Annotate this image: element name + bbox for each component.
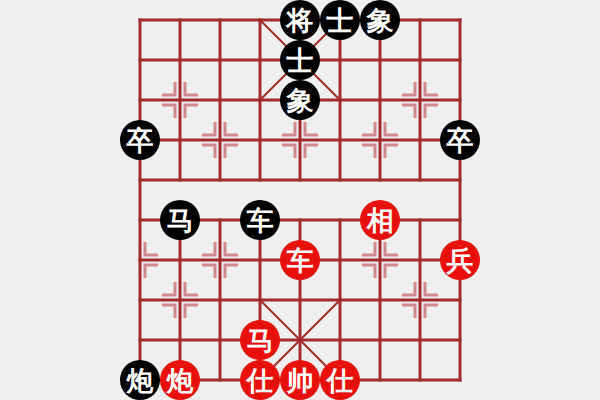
piece-black-elephant[interactable]: 象 [280,80,320,120]
piece-black-general[interactable]: 将 [280,0,320,40]
piece-red-advisor[interactable]: 仕 [320,360,360,400]
piece-red-cannon[interactable]: 炮 [160,360,200,400]
piece-red-soldier[interactable]: 兵 [440,240,480,280]
piece-black-chariot[interactable]: 车 [240,200,280,240]
piece-layer: 将士象士象卒卒马车相车兵马炮炮仕帅仕 [120,0,480,400]
piece-black-advisor[interactable]: 士 [320,0,360,40]
piece-red-elephant[interactable]: 相 [360,200,400,240]
piece-red-advisor[interactable]: 仕 [240,360,280,400]
piece-red-horse[interactable]: 马 [240,320,280,360]
piece-black-cannon[interactable]: 炮 [120,360,160,400]
piece-black-soldier[interactable]: 卒 [440,120,480,160]
piece-black-soldier[interactable]: 卒 [120,120,160,160]
piece-red-general[interactable]: 帅 [280,360,320,400]
piece-red-chariot[interactable]: 车 [280,240,320,280]
piece-black-advisor[interactable]: 士 [280,40,320,80]
xiangqi-app: 将士象士象卒卒马车相车兵马炮炮仕帅仕 [0,0,600,400]
piece-black-horse[interactable]: 马 [160,200,200,240]
piece-black-elephant[interactable]: 象 [360,0,400,40]
